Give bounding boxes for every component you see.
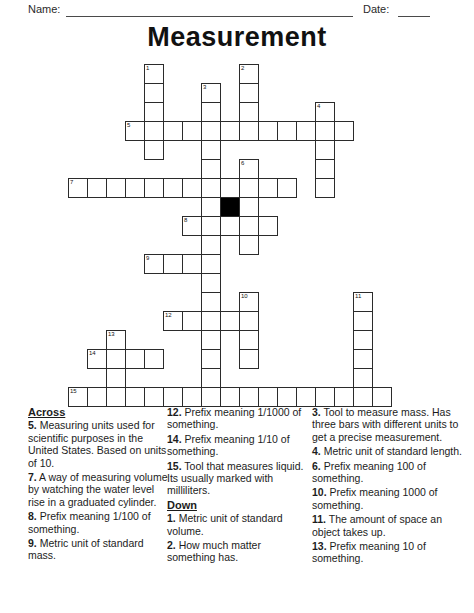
grid-cell[interactable]	[258, 387, 278, 407]
grid-cell[interactable]	[106, 178, 126, 198]
grid-cell[interactable]	[315, 387, 335, 407]
grid-cell[interactable]	[144, 83, 164, 103]
grid-cell[interactable]: 5	[125, 121, 145, 141]
clue-number-label: 6.	[312, 460, 321, 472]
crossword-grid: 123456789101112131415	[68, 64, 394, 409]
grid-cell[interactable]	[201, 368, 221, 388]
grid-cell[interactable]	[201, 349, 221, 369]
grid-cell[interactable]	[239, 197, 259, 217]
clue-15-across: 15. Tool that measures liquid. Its usual…	[167, 460, 308, 497]
grid-cell[interactable]	[201, 178, 221, 198]
grid-cell[interactable]	[182, 254, 202, 274]
clue-number: 5	[127, 122, 130, 129]
clue-number: 9	[146, 255, 149, 262]
grid-cell[interactable]	[296, 121, 316, 141]
clue-column-1: Across5. Measuring units used for scient…	[28, 406, 169, 564]
clue-number-label: 10.	[312, 486, 327, 498]
grid-cell[interactable]	[239, 102, 259, 122]
grid-cell[interactable]: 9	[144, 254, 164, 274]
grid-cell[interactable]	[182, 178, 202, 198]
grid-cell[interactable]	[220, 387, 240, 407]
grid-cell[interactable]	[106, 387, 126, 407]
grid-cell[interactable]	[144, 102, 164, 122]
clue-number: 1	[146, 65, 149, 72]
grid-cell[interactable]	[277, 121, 297, 141]
clue-number-label: 14.	[167, 433, 182, 445]
grid-cell[interactable]	[201, 216, 221, 236]
clue-number: 15	[70, 388, 77, 395]
clue-1-down: 1. Metric unit of standard volume.	[167, 512, 308, 537]
grid-cell[interactable]: 10	[239, 292, 259, 312]
grid-cell[interactable]	[315, 159, 335, 179]
grid-cell[interactable]	[277, 387, 297, 407]
grid-cell[interactable]	[201, 330, 221, 350]
grid-cell[interactable]: 8	[182, 216, 202, 236]
grid-cell[interactable]	[239, 235, 259, 255]
clue-number: 4	[317, 103, 320, 110]
grid-cell[interactable]	[220, 216, 240, 236]
grid-cell[interactable]: 7	[68, 178, 88, 198]
clue-8-across: 8. Prefix meaning 1/100 of something.	[28, 510, 169, 535]
grid-cell[interactable]	[239, 349, 259, 369]
grid-cell[interactable]	[201, 140, 221, 160]
grid-cell[interactable]	[372, 387, 392, 407]
grid-cell[interactable]	[163, 387, 183, 407]
clue-column-3: 3. Tool to measure mass. Has three bars …	[312, 406, 464, 567]
clue-number: 6	[241, 160, 244, 167]
grid-cell[interactable]	[125, 387, 145, 407]
grid-cell[interactable]	[296, 387, 316, 407]
clue-10-down: 10. Prefix meaning 1000 of something.	[312, 486, 464, 511]
grid-cell[interactable]: 2	[239, 64, 259, 84]
grid-cell[interactable]	[315, 140, 335, 160]
grid-cell[interactable]	[353, 349, 373, 369]
grid-cell[interactable]	[201, 292, 221, 312]
grid-cell[interactable]	[87, 387, 107, 407]
grid-cell[interactable]	[239, 216, 259, 236]
clue-number-label: 3.	[312, 406, 321, 418]
grid-cell[interactable]	[201, 387, 221, 407]
date-label: Date:	[363, 3, 389, 15]
grid-cell[interactable]	[239, 387, 259, 407]
grid-cell[interactable]	[163, 121, 183, 141]
clue-number: 13	[108, 331, 115, 338]
grid-cell[interactable]	[144, 178, 164, 198]
clue-number: 11	[355, 293, 361, 300]
clue-number-label: 9.	[28, 537, 37, 549]
grid-cell[interactable]	[239, 121, 259, 141]
grid-cell[interactable]: 6	[239, 159, 259, 179]
grid-cell[interactable]	[182, 121, 202, 141]
grid-cell[interactable]	[220, 121, 240, 141]
grid-cell[interactable]	[201, 311, 221, 331]
clue-number: 10	[241, 293, 248, 300]
grid-cell[interactable]	[163, 254, 183, 274]
grid-cell[interactable]	[239, 83, 259, 103]
name-label: Name:	[28, 3, 60, 15]
grid-cell[interactable]	[201, 102, 221, 122]
down-heading: Down	[167, 499, 308, 511]
grid-cell[interactable]	[106, 368, 126, 388]
grid-cell[interactable]	[201, 121, 221, 141]
grid-cell[interactable]: 1	[144, 64, 164, 84]
grid-cell[interactable]	[315, 178, 335, 198]
grid-cell[interactable]	[144, 349, 164, 369]
clue-number-label: 4.	[312, 445, 321, 457]
worksheet-header: Name: Date:	[0, 3, 474, 19]
grid-cell[interactable]	[239, 330, 259, 350]
grid-cell[interactable]	[182, 387, 202, 407]
page-title: Measurement	[0, 22, 474, 53]
grid-cell[interactable]	[201, 159, 221, 179]
grid-cell[interactable]	[277, 178, 297, 198]
across-heading: Across	[28, 406, 169, 418]
grid-cell[interactable]	[87, 178, 107, 198]
grid-cell[interactable]: 13	[106, 330, 126, 350]
name-blank-line[interactable]	[66, 16, 353, 17]
grid-cell[interactable]: 4	[315, 102, 335, 122]
clue-2-down: 2. How much matter something has.	[167, 539, 308, 564]
clue-number-label: 5.	[28, 419, 37, 431]
clue-number-label: 8.	[28, 510, 37, 522]
grid-cell[interactable]	[106, 349, 126, 369]
clue-number-label: 1.	[167, 512, 176, 524]
clue-column-2: 12. Prefix meaning 1/1000 of something.1…	[167, 406, 308, 566]
grid-cell[interactable]	[258, 216, 278, 236]
grid-cell[interactable]: 11	[353, 292, 373, 312]
clue-4-down: 4. Metric unit of standard length.	[312, 445, 464, 457]
clue-number-label: 12.	[167, 406, 182, 418]
grid-cell[interactable]	[220, 178, 240, 198]
clue-number: 2	[241, 65, 244, 72]
clue-number: 8	[184, 217, 187, 224]
grid-cell[interactable]	[201, 197, 221, 217]
grid-cell[interactable]	[163, 178, 183, 198]
clue-number-label: 13.	[312, 540, 327, 552]
clue-11-down: 11. The amount of space an object takes …	[312, 513, 464, 538]
clue-5-across: 5. Measuring units used for scientific p…	[28, 419, 169, 469]
grid-cell[interactable]	[334, 121, 354, 141]
grid-cell[interactable]	[220, 311, 240, 331]
grid-cell[interactable]	[201, 254, 221, 274]
clue-3-down: 3. Tool to measure mass. Has three bars …	[312, 406, 464, 443]
clue-number: 3	[203, 84, 206, 91]
grid-cell[interactable]	[144, 140, 164, 160]
grid-cell[interactable]	[258, 121, 278, 141]
grid-cell[interactable]	[125, 178, 145, 198]
grid-cell[interactable]	[353, 368, 373, 388]
grid-cell[interactable]	[334, 387, 354, 407]
clue-number: 14	[89, 350, 96, 357]
clue-number-label: 2.	[167, 539, 176, 551]
grid-cell[interactable]: 12	[163, 311, 183, 331]
clue-12-across: 12. Prefix meaning 1/1000 of something.	[167, 406, 308, 431]
grid-cell[interactable]	[353, 330, 373, 350]
clue-number: 12	[165, 312, 172, 319]
grid-cell[interactable]: 14	[87, 349, 107, 369]
clue-number-label: 11.	[312, 513, 326, 525]
clue-number-label: 7.	[28, 471, 37, 483]
clue-7-across: 7. A way of measuring volume by watching…	[28, 471, 169, 508]
grid-cell[interactable]	[353, 311, 373, 331]
grid-cell[interactable]	[239, 311, 259, 331]
grid-cell[interactable]	[353, 387, 373, 407]
clue-6-down: 6. Prefix meaning 100 of something.	[312, 460, 464, 485]
clue-14-across: 14. Prefix meaning 1/10 of something.	[167, 433, 308, 458]
grid-cell[interactable]	[182, 311, 202, 331]
grid-cell[interactable]	[315, 121, 335, 141]
clue-13-down: 13. Prefix meaning 10 of something.	[312, 540, 464, 565]
clue-9-across: 9. Metric unit of standard mass.	[28, 537, 169, 562]
date-blank-line[interactable]	[398, 16, 430, 17]
clue-number-label: 15.	[167, 460, 182, 472]
grid-cell[interactable]	[239, 178, 259, 198]
grid-cell[interactable]	[201, 273, 221, 293]
grid-cell[interactable]	[258, 178, 278, 198]
grid-cell[interactable]: 15	[68, 387, 88, 407]
clue-number: 7	[70, 179, 73, 186]
grid-cell[interactable]	[144, 121, 164, 141]
grid-cell[interactable]	[144, 387, 164, 407]
grid-cell[interactable]: 3	[201, 83, 221, 103]
black-cell	[220, 197, 240, 217]
grid-cell[interactable]	[125, 349, 145, 369]
grid-cell[interactable]	[201, 235, 221, 255]
